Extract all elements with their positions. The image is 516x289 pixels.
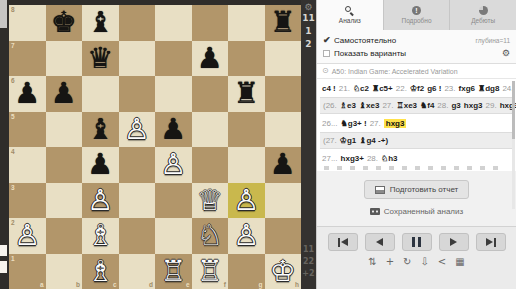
tab-label: Анализ [339, 17, 361, 24]
chess-analysis-app: 8♚♝♜7♛♟6♟♟♜5♝♙♟4♟♙♟3♙♕♙2♙♗♘♙1abc♗de♖f♖gh… [0, 0, 516, 289]
move-number: 21. [339, 84, 350, 93]
square-g2[interactable]: ♙ [228, 218, 265, 254]
square-a5[interactable]: 5 [9, 112, 46, 148]
option-variants-label[interactable]: Показать варианты [334, 49, 502, 58]
tab-label: Подробно [401, 17, 431, 24]
option-row-variants: Показать варианты ⚙ [323, 47, 510, 60]
white-piece-p-g2[interactable]: ♙ [233, 221, 259, 250]
share-icon[interactable]: < [438, 256, 446, 267]
current-move-highlighted[interactable]: hxg3 [384, 119, 407, 128]
move[interactable]: hxg3+ [341, 154, 364, 163]
square-e4[interactable]: ♙ [155, 147, 192, 183]
tab-openings[interactable]: Дебюты [449, 0, 516, 30]
go-to-start-button[interactable] [328, 233, 358, 251]
move[interactable]: ♔g1 [340, 136, 357, 145]
square-h3[interactable] [265, 183, 302, 219]
move[interactable]: c4 ! [322, 84, 336, 93]
white-piece-p-c3[interactable]: ♙ [87, 186, 113, 215]
white-piece-p-g3[interactable]: ♙ [233, 186, 259, 215]
black-piece-p-b6[interactable]: ♟ [51, 79, 77, 108]
move[interactable]: ♞g3+ ! [341, 119, 367, 128]
move-number: 28. [437, 101, 448, 110]
square-a2[interactable]: 2♙ [9, 218, 46, 254]
prepare-report-button[interactable]: Подготовить отчет [364, 180, 469, 199]
move-number: 26... [322, 119, 338, 128]
pie-icon [479, 6, 488, 15]
square-b5[interactable] [46, 112, 83, 148]
move-number: 22. [396, 84, 407, 93]
square-c8[interactable]: ♝ [82, 5, 119, 41]
left-strip-bar [0, 261, 7, 273]
tool-icons-row: ⇅ + ↻ ⇩ < ▦ [323, 256, 510, 267]
move-number: 27... [322, 154, 338, 163]
white-piece-r-e1[interactable]: ♖ [160, 257, 186, 286]
step-back-button[interactable] [365, 233, 395, 251]
black-piece-q-c7[interactable]: ♛ [87, 44, 113, 73]
strip-counter-dim: 22 [301, 257, 316, 266]
analysis-panel: Анализ ! Подробно Дебюты ✔ Самостоятельн… [316, 0, 516, 289]
report-button-label: Подготовить отчет [390, 185, 458, 194]
left-strip-top-segment [0, 0, 7, 28]
variation-line: (26.♗e3♝xe327.♖xe3♞f428.g3hxg329.hxg3f5/… [320, 97, 512, 114]
file-label: d [149, 281, 153, 288]
square-d1[interactable]: d [119, 254, 156, 289]
square-c1[interactable]: c♗ [82, 254, 119, 289]
square-g5[interactable] [228, 112, 265, 148]
move-line: 27...hxg3+28.♘h3 [322, 151, 508, 165]
variation-line: (27.♔g1♝g4 -+) [320, 132, 512, 149]
square-g3[interactable]: ♙ [228, 183, 265, 219]
file-label: g [259, 281, 263, 288]
strip-counter: 11 [301, 13, 316, 23]
square-b8[interactable]: ♚ [46, 5, 83, 41]
square-f8[interactable] [192, 5, 229, 41]
square-f2[interactable]: ♘ [192, 218, 229, 254]
white-piece-n-f2[interactable]: ♘ [197, 221, 223, 250]
strip-counter: 1 [301, 26, 316, 36]
move-line: 26...♞g3+ !27.hxg3 [322, 116, 508, 130]
board-setup-icon[interactable]: ▦ [455, 256, 464, 267]
move[interactable]: ♖xe3 [397, 101, 418, 110]
square-g8[interactable] [228, 5, 265, 41]
file-label: b [76, 281, 80, 288]
square-e3[interactable] [155, 183, 192, 219]
rank-label: 2 [11, 219, 15, 226]
square-b2[interactable] [46, 218, 83, 254]
square-d5[interactable]: ♙ [119, 112, 156, 148]
move-number: (27. [323, 136, 337, 145]
square-g6[interactable]: ♜ [228, 76, 265, 112]
report-icon [375, 186, 385, 194]
square-a8[interactable]: 8 [9, 5, 46, 41]
saved-analysis-link[interactable]: Сохраненный анализ [370, 207, 463, 216]
move[interactable]: fxg6 [459, 84, 475, 93]
black-piece-b-c8[interactable]: ♝ [87, 8, 113, 37]
move[interactable]: g3 [451, 101, 460, 110]
saved-analysis-label: Сохраненный анализ [384, 207, 463, 216]
square-g4[interactable] [228, 147, 265, 183]
square-e6[interactable] [155, 76, 192, 112]
opening-icon: ⊙ [322, 67, 329, 75]
rank-label: 5 [11, 113, 15, 120]
square-e1[interactable]: e♖ [155, 254, 192, 289]
square-h1[interactable]: h♔ [265, 254, 302, 289]
step-forward-button[interactable] [439, 233, 469, 251]
tab-analysis[interactable]: Анализ [317, 0, 383, 30]
settings-gear-icon[interactable]: ⚙ [502, 49, 510, 58]
move-list: c4 !21.♘c2♜c5+22.♔f2g6 !23.fxg6♜dg824.♘c… [317, 79, 516, 171]
rank-label: 4 [11, 148, 15, 155]
rank-label: 8 [11, 6, 15, 13]
move[interactable]: ♜dg8 [478, 84, 499, 93]
square-h7[interactable] [265, 41, 302, 77]
square-e5[interactable]: ♟ [155, 112, 192, 148]
square-e7[interactable] [155, 41, 192, 77]
move[interactable]: hxg3 [464, 101, 483, 110]
left-strip-bar [0, 245, 7, 256]
rank-label: 1 [11, 255, 15, 262]
rank-label: 3 [11, 184, 15, 191]
move[interactable]: g6 ! [427, 84, 441, 93]
go-to-end-button[interactable] [476, 233, 506, 251]
square-d6[interactable] [119, 76, 156, 112]
white-piece-p-e4[interactable]: ♙ [160, 150, 186, 179]
black-piece-p-h4[interactable]: ♟ [270, 150, 296, 179]
info-icon: ! [412, 6, 421, 15]
square-f5[interactable] [192, 112, 229, 148]
square-c2[interactable]: ♗ [82, 218, 119, 254]
move[interactable]: ♘h3 [381, 154, 398, 163]
options-box: ✔ Самостоятельно глубина=11 Показать вар… [317, 30, 516, 64]
white-piece-q-f3[interactable]: ♕ [197, 186, 223, 215]
square-f4[interactable] [192, 147, 229, 183]
square-b7[interactable] [46, 41, 83, 77]
panel-bottom: Подготовить отчет Сохраненный анализ ⇅ +… [317, 171, 516, 289]
move-line: c4 !21.♘c2♜c5+22.♔f2g6 !23.fxg6♜dg824.♘c… [322, 81, 508, 95]
black-piece-r-h8[interactable]: ♜ [270, 8, 296, 37]
left-edge-strip [0, 0, 9, 289]
square-f7[interactable]: ♟ [192, 41, 229, 77]
file-label: a [40, 281, 44, 288]
add-icon[interactable]: + [386, 256, 394, 267]
scrollbar-thumb[interactable] [512, 81, 515, 139]
strip-counter-dim: 11 [301, 245, 316, 254]
black-piece-p-c4[interactable]: ♟ [87, 150, 113, 179]
square-h4[interactable]: ♟ [265, 147, 302, 183]
saved-analysis-icon [370, 208, 380, 215]
move[interactable]: ♘c2 [353, 84, 369, 93]
square-c7[interactable]: ♛ [82, 41, 119, 77]
move-number: 28. [367, 154, 378, 163]
white-piece-b-c1[interactable]: ♗ [87, 257, 113, 286]
square-d2[interactable] [119, 218, 156, 254]
square-b1[interactable]: b [46, 254, 83, 289]
tab-label: Дебюты [471, 17, 495, 24]
option-self-label[interactable]: Самостоятельно [334, 36, 476, 45]
magnifier-icon [345, 6, 354, 15]
depth-indicator: глубина=11 [476, 37, 510, 44]
square-c3[interactable]: ♙ [82, 183, 119, 219]
square-f1[interactable]: f♖ [192, 254, 229, 289]
opening-name[interactable]: A50: Indian Game: Accelerated Variation [332, 68, 458, 75]
square-e2[interactable] [155, 218, 192, 254]
file-label: e [186, 281, 190, 288]
black-piece-k-b8[interactable]: ♚ [51, 8, 77, 37]
move[interactable]: ♝xe3 [359, 101, 380, 110]
square-g7[interactable] [228, 41, 265, 77]
square-b4[interactable] [46, 147, 83, 183]
square-c5[interactable]: ♝ [82, 112, 119, 148]
file-label: c [113, 281, 117, 288]
square-d3[interactable] [119, 183, 156, 219]
move[interactable]: ♞f4 [420, 101, 434, 110]
move-number: 23. [444, 84, 455, 93]
square-a7[interactable]: 7 [9, 41, 46, 77]
black-piece-p-f7[interactable]: ♟ [197, 44, 223, 73]
move-number: 29. [486, 101, 497, 110]
square-d8[interactable] [119, 5, 156, 41]
checkbox-checked-icon[interactable]: ✔ [323, 36, 334, 45]
move[interactable]: ♝g4 -+) [359, 136, 388, 145]
move[interactable]: ♜c5+ [372, 84, 393, 93]
white-piece-r-f1[interactable]: ♖ [197, 257, 223, 286]
square-f3[interactable]: ♕ [192, 183, 229, 219]
nav-buttons [323, 233, 510, 251]
rank-label: 7 [11, 42, 15, 49]
chess-board[interactable]: 8♚♝♜7♛♟6♟♟♜5♝♙♟4♟♙♟3♙♕♙2♙♗♘♙1abc♗de♖f♖gh… [9, 5, 301, 289]
square-d7[interactable] [119, 41, 156, 77]
black-piece-r-g6[interactable]: ♜ [233, 79, 259, 108]
opening-row: ⊙ A50: Indian Game: Accelerated Variatio… [317, 64, 516, 79]
checkbox-unchecked[interactable] [323, 50, 330, 57]
move-number: 27. [382, 101, 393, 110]
rank-label: 6 [11, 77, 15, 84]
square-b6[interactable]: ♟ [46, 76, 83, 112]
strip-counter-dim: +2 [301, 269, 316, 278]
scrollbar[interactable] [512, 81, 515, 209]
black-piece-p-a6[interactable]: ♟ [14, 79, 40, 108]
square-g1[interactable]: g [228, 254, 265, 289]
square-e8[interactable] [155, 5, 192, 41]
square-h6[interactable] [265, 76, 302, 112]
white-piece-p-d5[interactable]: ♙ [124, 115, 150, 144]
square-a3[interactable]: 3 [9, 183, 46, 219]
square-a1[interactable]: 1a [9, 254, 46, 289]
square-h5[interactable] [265, 112, 302, 148]
file-label: h [295, 281, 299, 288]
download-icon[interactable]: ⇩ [420, 256, 428, 267]
square-a6[interactable]: 6♟ [9, 76, 46, 112]
tab-bar: Анализ ! Подробно Дебюты [317, 0, 516, 30]
square-h2[interactable] [265, 218, 302, 254]
file-label: f [224, 281, 226, 288]
tab-detail[interactable]: ! Подробно [383, 0, 450, 30]
clipped-move-row [324, 166, 498, 170]
flip-board-icon[interactable]: ⇅ [368, 256, 376, 267]
gear-icon[interactable]: ⚙ [301, 2, 316, 12]
square-b3[interactable] [46, 183, 83, 219]
pause-button[interactable] [402, 233, 432, 251]
move[interactable]: ♗e3 [340, 101, 356, 110]
strip-counter: 2 [301, 39, 316, 49]
reload-icon[interactable]: ↻ [403, 256, 411, 267]
white-piece-k-h1[interactable]: ♔ [270, 257, 296, 286]
option-row-self: ✔ Самостоятельно глубина=11 [323, 34, 510, 47]
move-number: (26. [323, 101, 337, 110]
square-a4[interactable]: 4 [9, 147, 46, 183]
white-piece-p-a2[interactable]: ♙ [14, 221, 40, 250]
square-h8[interactable]: ♜ [265, 5, 302, 41]
move[interactable]: ♔f2 [410, 84, 424, 93]
square-c6[interactable] [82, 76, 119, 112]
right-edge-strip: ⚙ 11 1 2 11 22 +2 [301, 0, 316, 289]
square-f6[interactable] [192, 76, 229, 112]
square-d4[interactable] [119, 147, 156, 183]
white-piece-b-c2[interactable]: ♗ [87, 221, 113, 250]
move-number: 27. [370, 119, 381, 128]
navigation-bar: ⇅ + ↻ ⇩ < ▦ [317, 226, 516, 289]
black-piece-p-e5[interactable]: ♟ [160, 115, 186, 144]
black-piece-b-c5[interactable]: ♝ [87, 115, 113, 144]
square-c4[interactable]: ♟ [82, 147, 119, 183]
